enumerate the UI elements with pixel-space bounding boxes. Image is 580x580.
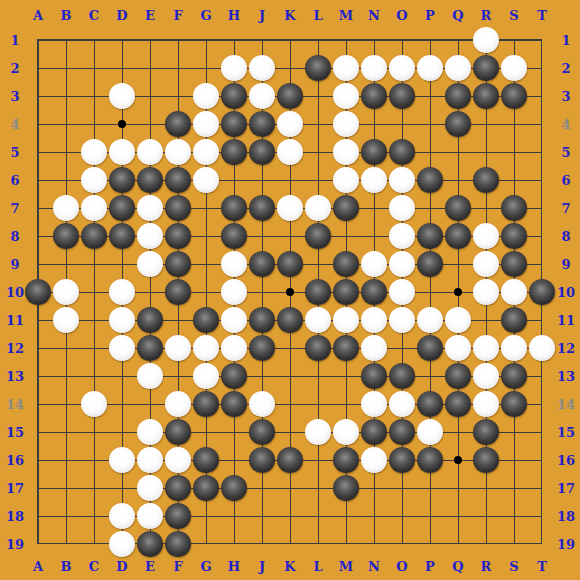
black-stone-J4 bbox=[249, 111, 275, 137]
white-stone-G3 bbox=[193, 83, 219, 109]
black-stone-J7 bbox=[249, 195, 275, 221]
coordinate-label: E bbox=[145, 9, 155, 22]
white-stone-R10 bbox=[473, 279, 499, 305]
black-stone-T10 bbox=[529, 279, 555, 305]
black-stone-H8 bbox=[221, 223, 247, 249]
coordinate-label: 12 bbox=[557, 342, 575, 355]
coordinate-label: J bbox=[259, 560, 265, 573]
white-stone-N2 bbox=[361, 55, 387, 81]
coordinate-label: C bbox=[89, 560, 99, 573]
black-stone-S7 bbox=[501, 195, 527, 221]
white-stone-S10 bbox=[501, 279, 527, 305]
coordinate-label: 3 bbox=[10, 90, 19, 103]
coordinate-label: G bbox=[200, 560, 211, 573]
white-stone-H11 bbox=[221, 307, 247, 333]
white-stone-B11 bbox=[53, 307, 79, 333]
black-stone-O5 bbox=[389, 139, 415, 165]
black-stone-F19 bbox=[165, 531, 191, 557]
coordinate-label: 6 bbox=[10, 174, 19, 187]
white-stone-O11 bbox=[389, 307, 415, 333]
white-stone-G4 bbox=[193, 111, 219, 137]
black-stone-H7 bbox=[221, 195, 247, 221]
white-stone-D10 bbox=[109, 279, 135, 305]
coordinate-label: P bbox=[425, 9, 435, 22]
coordinate-label: 5 bbox=[10, 146, 19, 159]
black-stone-F6 bbox=[165, 167, 191, 193]
white-stone-B7 bbox=[53, 195, 79, 221]
white-stone-E17 bbox=[137, 475, 163, 501]
black-stone-B8 bbox=[53, 223, 79, 249]
white-stone-E16 bbox=[137, 447, 163, 473]
black-stone-F17 bbox=[165, 475, 191, 501]
coordinate-label: K bbox=[284, 560, 295, 573]
black-stone-J11 bbox=[249, 307, 275, 333]
coordinate-label: 6 bbox=[561, 174, 570, 187]
white-stone-C14 bbox=[81, 391, 107, 417]
star-point bbox=[454, 456, 462, 464]
black-stone-F15 bbox=[165, 419, 191, 445]
white-stone-G13 bbox=[193, 363, 219, 389]
black-stone-R15 bbox=[473, 419, 499, 445]
black-stone-Q7 bbox=[445, 195, 471, 221]
coordinate-label: 11 bbox=[557, 314, 575, 327]
white-stone-Q2 bbox=[445, 55, 471, 81]
black-stone-S13 bbox=[501, 363, 527, 389]
white-stone-S12 bbox=[501, 335, 527, 361]
white-stone-F16 bbox=[165, 447, 191, 473]
white-stone-B10 bbox=[53, 279, 79, 305]
coordinate-label: 12 bbox=[6, 342, 24, 355]
coordinate-label: S bbox=[509, 9, 518, 22]
black-stone-J5 bbox=[249, 139, 275, 165]
coordinate-label: 5 bbox=[561, 146, 570, 159]
coordinate-label: L bbox=[313, 560, 322, 573]
coordinate-label: G bbox=[200, 9, 211, 22]
coordinate-label: R bbox=[481, 560, 492, 573]
coordinate-label: H bbox=[228, 560, 240, 573]
coordinate-label: H bbox=[228, 9, 240, 22]
black-stone-O16 bbox=[389, 447, 415, 473]
go-board[interactable]: AABBCCDDEEFFGGHHJJKKLLMMNNOOPPQQRRSSTT11… bbox=[0, 0, 580, 580]
black-stone-E12 bbox=[137, 335, 163, 361]
white-stone-D12 bbox=[109, 335, 135, 361]
black-stone-E19 bbox=[137, 531, 163, 557]
black-stone-S14 bbox=[501, 391, 527, 417]
black-stone-L12 bbox=[305, 335, 331, 361]
white-stone-N9 bbox=[361, 251, 387, 277]
black-stone-O15 bbox=[389, 419, 415, 445]
white-stone-N6 bbox=[361, 167, 387, 193]
coordinate-label: 19 bbox=[557, 538, 575, 551]
black-stone-Q8 bbox=[445, 223, 471, 249]
black-stone-J9 bbox=[249, 251, 275, 277]
white-stone-O9 bbox=[389, 251, 415, 277]
coordinate-label: N bbox=[368, 560, 380, 573]
coordinate-label: F bbox=[173, 9, 182, 22]
white-stone-M15 bbox=[333, 419, 359, 445]
black-stone-N5 bbox=[361, 139, 387, 165]
white-stone-J14 bbox=[249, 391, 275, 417]
white-stone-J2 bbox=[249, 55, 275, 81]
coordinate-label: 13 bbox=[6, 370, 24, 383]
black-stone-G11 bbox=[193, 307, 219, 333]
black-stone-S9 bbox=[501, 251, 527, 277]
white-stone-E13 bbox=[137, 363, 163, 389]
white-stone-R8 bbox=[473, 223, 499, 249]
white-stone-H9 bbox=[221, 251, 247, 277]
coordinate-label: B bbox=[61, 560, 72, 573]
black-stone-M16 bbox=[333, 447, 359, 473]
black-stone-A10 bbox=[25, 279, 51, 305]
coordinate-label: 15 bbox=[6, 426, 24, 439]
black-stone-H5 bbox=[221, 139, 247, 165]
white-stone-H2 bbox=[221, 55, 247, 81]
black-stone-M7 bbox=[333, 195, 359, 221]
white-stone-L15 bbox=[305, 419, 331, 445]
white-stone-N14 bbox=[361, 391, 387, 417]
black-stone-H17 bbox=[221, 475, 247, 501]
coordinate-label: 16 bbox=[6, 454, 24, 467]
star-point bbox=[118, 120, 126, 128]
coordinate-label: 3 bbox=[561, 90, 570, 103]
black-stone-M12 bbox=[333, 335, 359, 361]
black-stone-N13 bbox=[361, 363, 387, 389]
coordinate-label: 2 bbox=[10, 62, 19, 75]
coordinate-label: 14 bbox=[557, 398, 575, 411]
black-stone-D8 bbox=[109, 223, 135, 249]
coordinate-label: 10 bbox=[6, 286, 24, 299]
coordinate-label: A bbox=[33, 9, 43, 22]
coordinate-label: C bbox=[89, 9, 99, 22]
white-stone-R12 bbox=[473, 335, 499, 361]
black-stone-F10 bbox=[165, 279, 191, 305]
black-stone-F8 bbox=[165, 223, 191, 249]
black-stone-P6 bbox=[417, 167, 443, 193]
white-stone-O7 bbox=[389, 195, 415, 221]
black-stone-N10 bbox=[361, 279, 387, 305]
white-stone-P2 bbox=[417, 55, 443, 81]
white-stone-O14 bbox=[389, 391, 415, 417]
black-stone-C8 bbox=[81, 223, 107, 249]
coordinate-label: 9 bbox=[561, 258, 570, 271]
white-stone-H10 bbox=[221, 279, 247, 305]
black-stone-M9 bbox=[333, 251, 359, 277]
coordinate-label: 18 bbox=[557, 510, 575, 523]
coordinate-label: 10 bbox=[557, 286, 575, 299]
white-stone-E7 bbox=[137, 195, 163, 221]
black-stone-K9 bbox=[277, 251, 303, 277]
white-stone-N12 bbox=[361, 335, 387, 361]
star-point bbox=[454, 288, 462, 296]
black-stone-F4 bbox=[165, 111, 191, 137]
black-stone-L10 bbox=[305, 279, 331, 305]
black-stone-G14 bbox=[193, 391, 219, 417]
white-stone-O8 bbox=[389, 223, 415, 249]
black-stone-P14 bbox=[417, 391, 443, 417]
coordinate-label: J bbox=[259, 9, 265, 22]
coordinate-label: S bbox=[509, 560, 518, 573]
white-stone-C7 bbox=[81, 195, 107, 221]
white-stone-D5 bbox=[109, 139, 135, 165]
black-stone-P9 bbox=[417, 251, 443, 277]
black-stone-K16 bbox=[277, 447, 303, 473]
black-stone-N15 bbox=[361, 419, 387, 445]
black-stone-H14 bbox=[221, 391, 247, 417]
coordinate-label: 14 bbox=[6, 398, 24, 411]
coordinate-label: B bbox=[61, 9, 72, 22]
coordinate-label: 8 bbox=[561, 230, 570, 243]
black-stone-P8 bbox=[417, 223, 443, 249]
black-stone-O3 bbox=[389, 83, 415, 109]
coordinate-label: M bbox=[339, 560, 353, 573]
coordinate-label: O bbox=[396, 9, 407, 22]
coordinate-label: P bbox=[425, 560, 435, 573]
black-stone-D7 bbox=[109, 195, 135, 221]
coordinate-label: 7 bbox=[10, 202, 19, 215]
black-stone-R3 bbox=[473, 83, 499, 109]
white-stone-F5 bbox=[165, 139, 191, 165]
coordinate-label: 16 bbox=[557, 454, 575, 467]
white-stone-J3 bbox=[249, 83, 275, 109]
white-stone-K5 bbox=[277, 139, 303, 165]
coordinate-label: E bbox=[145, 560, 155, 573]
black-stone-S8 bbox=[501, 223, 527, 249]
white-stone-O6 bbox=[389, 167, 415, 193]
white-stone-C6 bbox=[81, 167, 107, 193]
coordinate-label: 4 bbox=[561, 118, 570, 131]
black-stone-P12 bbox=[417, 335, 443, 361]
black-stone-J16 bbox=[249, 447, 275, 473]
white-stone-N16 bbox=[361, 447, 387, 473]
black-stone-Q14 bbox=[445, 391, 471, 417]
white-stone-M5 bbox=[333, 139, 359, 165]
coordinate-label: 9 bbox=[10, 258, 19, 271]
black-stone-F9 bbox=[165, 251, 191, 277]
coordinate-label: 15 bbox=[557, 426, 575, 439]
coordinate-label: 2 bbox=[561, 62, 570, 75]
black-stone-O13 bbox=[389, 363, 415, 389]
black-stone-H3 bbox=[221, 83, 247, 109]
black-stone-F7 bbox=[165, 195, 191, 221]
coordinate-label: T bbox=[537, 560, 547, 573]
coordinate-label: D bbox=[116, 9, 127, 22]
white-stone-E15 bbox=[137, 419, 163, 445]
black-stone-R6 bbox=[473, 167, 499, 193]
white-stone-O10 bbox=[389, 279, 415, 305]
black-stone-D6 bbox=[109, 167, 135, 193]
coordinate-label: 19 bbox=[6, 538, 24, 551]
white-stone-C5 bbox=[81, 139, 107, 165]
coordinate-label: 7 bbox=[561, 202, 570, 215]
black-stone-P16 bbox=[417, 447, 443, 473]
black-stone-K3 bbox=[277, 83, 303, 109]
coordinate-label: K bbox=[284, 9, 295, 22]
white-stone-L7 bbox=[305, 195, 331, 221]
white-stone-M4 bbox=[333, 111, 359, 137]
coordinate-label: 13 bbox=[557, 370, 575, 383]
black-stone-S11 bbox=[501, 307, 527, 333]
coordinate-label: 17 bbox=[557, 482, 575, 495]
black-stone-K11 bbox=[277, 307, 303, 333]
coordinate-label: A bbox=[33, 560, 43, 573]
white-stone-P11 bbox=[417, 307, 443, 333]
black-stone-Q3 bbox=[445, 83, 471, 109]
white-stone-O2 bbox=[389, 55, 415, 81]
white-stone-D16 bbox=[109, 447, 135, 473]
coordinate-label: L bbox=[313, 9, 322, 22]
black-stone-J12 bbox=[249, 335, 275, 361]
white-stone-D19 bbox=[109, 531, 135, 557]
white-stone-Q12 bbox=[445, 335, 471, 361]
black-stone-E11 bbox=[137, 307, 163, 333]
white-stone-M6 bbox=[333, 167, 359, 193]
coordinate-label: F bbox=[173, 560, 182, 573]
white-stone-P15 bbox=[417, 419, 443, 445]
white-stone-M11 bbox=[333, 307, 359, 333]
white-stone-E18 bbox=[137, 503, 163, 529]
black-stone-S3 bbox=[501, 83, 527, 109]
black-stone-G17 bbox=[193, 475, 219, 501]
coordinate-label: N bbox=[368, 9, 380, 22]
coordinate-label: 1 bbox=[10, 34, 19, 47]
black-stone-G16 bbox=[193, 447, 219, 473]
coordinate-label: O bbox=[396, 560, 407, 573]
white-stone-L11 bbox=[305, 307, 331, 333]
white-stone-E9 bbox=[137, 251, 163, 277]
black-stone-M17 bbox=[333, 475, 359, 501]
white-stone-F12 bbox=[165, 335, 191, 361]
white-stone-R1 bbox=[473, 27, 499, 53]
white-stone-R13 bbox=[473, 363, 499, 389]
coordinate-label: 11 bbox=[6, 314, 24, 327]
black-stone-L2 bbox=[305, 55, 331, 81]
black-stone-H4 bbox=[221, 111, 247, 137]
black-stone-H13 bbox=[221, 363, 247, 389]
black-stone-R16 bbox=[473, 447, 499, 473]
coordinate-label: R bbox=[481, 9, 492, 22]
black-stone-J15 bbox=[249, 419, 275, 445]
coordinate-label: 4 bbox=[10, 118, 19, 131]
coordinate-label: M bbox=[339, 9, 353, 22]
white-stone-E8 bbox=[137, 223, 163, 249]
coordinate-label: T bbox=[537, 9, 547, 22]
star-point bbox=[286, 288, 294, 296]
coordinate-label: 17 bbox=[6, 482, 24, 495]
white-stone-F14 bbox=[165, 391, 191, 417]
white-stone-G6 bbox=[193, 167, 219, 193]
black-stone-F18 bbox=[165, 503, 191, 529]
black-stone-L8 bbox=[305, 223, 331, 249]
coordinate-label: 1 bbox=[561, 34, 570, 47]
black-stone-Q4 bbox=[445, 111, 471, 137]
black-stone-Q13 bbox=[445, 363, 471, 389]
white-stone-G12 bbox=[193, 335, 219, 361]
white-stone-M3 bbox=[333, 83, 359, 109]
coordinate-label: Q bbox=[452, 560, 463, 573]
white-stone-R14 bbox=[473, 391, 499, 417]
white-stone-E5 bbox=[137, 139, 163, 165]
white-stone-M2 bbox=[333, 55, 359, 81]
white-stone-D3 bbox=[109, 83, 135, 109]
white-stone-H12 bbox=[221, 335, 247, 361]
coordinate-label: 8 bbox=[10, 230, 19, 243]
coordinate-label: D bbox=[116, 560, 127, 573]
white-stone-S2 bbox=[501, 55, 527, 81]
white-stone-Q11 bbox=[445, 307, 471, 333]
black-stone-R2 bbox=[473, 55, 499, 81]
black-stone-E6 bbox=[137, 167, 163, 193]
white-stone-D11 bbox=[109, 307, 135, 333]
black-stone-M10 bbox=[333, 279, 359, 305]
coordinate-label: Q bbox=[452, 9, 463, 22]
white-stone-K7 bbox=[277, 195, 303, 221]
white-stone-D18 bbox=[109, 503, 135, 529]
white-stone-N11 bbox=[361, 307, 387, 333]
white-stone-G5 bbox=[193, 139, 219, 165]
black-stone-N3 bbox=[361, 83, 387, 109]
coordinate-label: 18 bbox=[6, 510, 24, 523]
white-stone-K4 bbox=[277, 111, 303, 137]
white-stone-T12 bbox=[529, 335, 555, 361]
white-stone-R9 bbox=[473, 251, 499, 277]
